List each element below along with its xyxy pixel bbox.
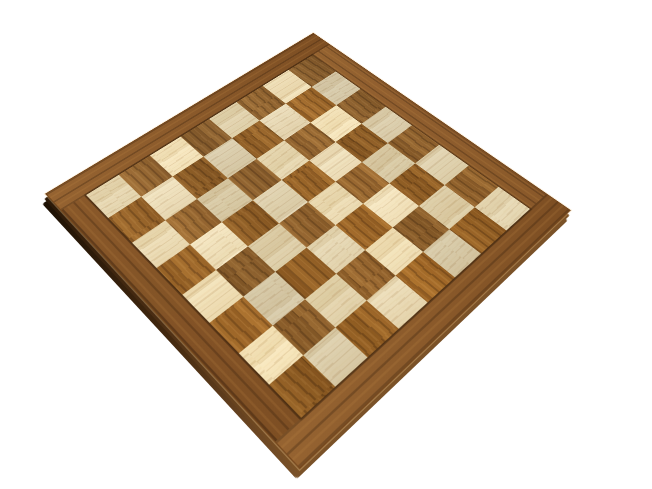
photo-background bbox=[0, 0, 652, 489]
chess-board bbox=[122, 16, 494, 388]
board-frame bbox=[45, 33, 571, 469]
board-grid bbox=[86, 55, 530, 418]
